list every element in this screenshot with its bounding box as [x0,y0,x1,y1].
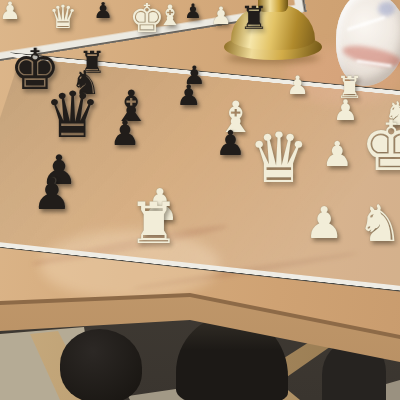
white-king[interactable]: ♚ [360,112,400,181]
white-queen[interactable]: ♛ [248,124,310,193]
black-pawn[interactable]: ♟ [184,1,202,21]
white-pawn[interactable]: ♟ [0,0,21,23]
white-pawn[interactable]: ♟ [305,200,344,244]
white-pawn[interactable]: ♟ [286,73,309,98]
white-rook[interactable]: ♜ [128,195,179,252]
white-pawn[interactable]: ♟ [322,137,353,172]
black-pawn[interactable]: ♟ [32,171,71,215]
white-knight[interactable]: ♞ [357,200,400,251]
black-rook[interactable]: ♜ [240,2,269,34]
white-pawn[interactable]: ♟ [210,4,232,28]
white-bishop[interactable]: ♝ [157,2,182,30]
black-pawn[interactable]: ♟ [93,0,113,22]
black-queen[interactable]: ♛ [44,84,101,148]
black-pawn[interactable]: ♟ [109,116,140,151]
black-pawn[interactable]: ♟ [215,126,246,161]
photo-scene: 87654321 87654321 ♟♛♟♚♝♟♟♜ ♚♛♜♜♝♞♞♟♟♟♟♟♚… [0,0,400,400]
bag-blue-tint [378,2,395,16]
trophy-base [222,0,324,66]
white-pawn[interactable]: ♟ [333,98,358,126]
white-queen[interactable]: ♛ [49,1,78,33]
bag-crease [347,16,386,31]
black-pawn[interactable]: ♟ [176,82,201,110]
dark-shoe [60,329,142,400]
